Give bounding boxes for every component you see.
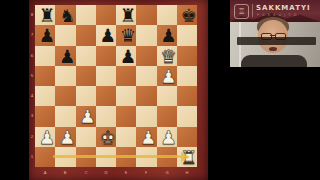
square-e6[interactable]: ♟ — [116, 46, 136, 66]
square-b4[interactable] — [55, 86, 75, 106]
square-g8[interactable] — [157, 5, 177, 25]
square-a4[interactable] — [35, 86, 55, 106]
square-g5[interactable]: ♟ — [157, 66, 177, 86]
square-b8[interactable]: ♞ — [55, 5, 75, 25]
square-c6[interactable] — [76, 46, 96, 66]
square-b3[interactable] — [55, 106, 75, 126]
square-a3[interactable] — [35, 106, 55, 126]
rank-label-4: 4 — [31, 94, 34, 98]
arrow-shaft — [53, 155, 181, 158]
square-a7[interactable]: ♟ — [35, 25, 55, 45]
piece-white-pawn-b2[interactable]: ♟ — [57, 128, 77, 148]
square-f3[interactable] — [136, 106, 156, 126]
lower-third-caption: Sakkmatyi sakktaktikái előadás — [237, 37, 316, 45]
square-h3[interactable] — [177, 106, 197, 126]
square-h2[interactable] — [177, 127, 197, 147]
piece-black-king-h8[interactable]: ♚ — [179, 6, 199, 26]
piece-white-pawn-g5[interactable]: ♟ — [159, 67, 179, 87]
piece-white-queen-g6[interactable]: ♛ — [159, 47, 179, 67]
rank-label-6: 6 — [31, 54, 34, 58]
piece-black-pawn-b6[interactable]: ♟ — [57, 47, 77, 67]
square-e3[interactable] — [116, 106, 136, 126]
square-a5[interactable] — [35, 66, 55, 86]
rank-label-5: 5 — [31, 74, 34, 78]
square-f6[interactable] — [136, 46, 156, 66]
square-g3[interactable] — [157, 106, 177, 126]
square-g6[interactable]: ♛ — [157, 46, 177, 66]
square-d8[interactable] — [96, 5, 116, 25]
square-c4[interactable] — [76, 86, 96, 106]
square-f2[interactable]: ♟ — [136, 127, 156, 147]
square-h7[interactable] — [177, 25, 197, 45]
file-label-d: D — [101, 171, 111, 175]
square-c5[interactable] — [76, 66, 96, 86]
square-d6[interactable] — [96, 46, 116, 66]
square-b6[interactable]: ♟ — [55, 46, 75, 66]
piece-black-pawn-a7[interactable]: ♟ — [37, 26, 57, 46]
presenter-mouth — [269, 47, 277, 51]
file-label-f: F — [141, 171, 151, 175]
square-d5[interactable] — [96, 66, 116, 86]
piece-black-pawn-d7[interactable]: ♟ — [98, 26, 118, 46]
square-h5[interactable] — [177, 66, 197, 86]
rank-label-1: 1 — [31, 155, 34, 159]
arrow-head — [181, 152, 190, 162]
board: ♜♞♜♚♟♟♛♟♟♟♛♟♟♟♟♚♟♟♜ — [35, 5, 197, 167]
piece-white-pawn-c3[interactable]: ♟ — [78, 107, 98, 127]
square-h4[interactable] — [177, 86, 197, 106]
square-c3[interactable]: ♟ — [76, 106, 96, 126]
board-frame: ♜♞♜♚♟♟♛♟♟♟♛♟♟♟♟♚♟♟♜ 87654321ABCDEFGH — [29, 0, 208, 180]
rank-label-8: 8 — [31, 13, 34, 17]
rank-label-3: 3 — [31, 114, 34, 118]
piece-white-pawn-a2[interactable]: ♟ — [37, 128, 57, 148]
webcam-overlay: ♖ SAKKMATYI P A K K U J T Ó Sakkmatyi sa… — [230, 0, 320, 67]
square-a8[interactable]: ♜ — [35, 5, 55, 25]
square-b5[interactable] — [55, 66, 75, 86]
square-a2[interactable]: ♟ — [35, 127, 55, 147]
square-e7[interactable]: ♛ — [116, 25, 136, 45]
file-label-e: E — [121, 171, 131, 175]
piece-black-pawn-g7[interactable]: ♟ — [159, 26, 179, 46]
piece-black-queen-e7[interactable]: ♛ — [118, 26, 138, 46]
rank-label-2: 2 — [31, 135, 34, 139]
square-f5[interactable] — [136, 66, 156, 86]
file-label-a: A — [40, 171, 50, 175]
square-d7[interactable]: ♟ — [96, 25, 116, 45]
piece-black-rook-e8[interactable]: ♜ — [118, 6, 138, 26]
file-label-c: C — [81, 171, 91, 175]
square-h8[interactable]: ♚ — [177, 5, 197, 25]
piece-black-knight-b8[interactable]: ♞ — [57, 6, 77, 26]
video-frame: ♜♞♜♚♟♟♛♟♟♟♛♟♟♟♟♚♟♟♜ 87654321ABCDEFGH ♖ S… — [0, 0, 320, 180]
square-c2[interactable] — [76, 127, 96, 147]
piece-white-pawn-g2[interactable]: ♟ — [159, 128, 179, 148]
channel-logo-icon: ♖ — [234, 4, 249, 19]
square-c7[interactable] — [76, 25, 96, 45]
piece-black-pawn-e6[interactable]: ♟ — [118, 47, 138, 67]
square-b2[interactable]: ♟ — [55, 127, 75, 147]
square-g2[interactable]: ♟ — [157, 127, 177, 147]
square-c8[interactable] — [76, 5, 96, 25]
banner-divider — [252, 4, 253, 17]
square-a6[interactable] — [35, 46, 55, 66]
square-g7[interactable]: ♟ — [157, 25, 177, 45]
square-e8[interactable]: ♜ — [116, 5, 136, 25]
file-label-h: H — [182, 171, 192, 175]
square-d3[interactable] — [96, 106, 116, 126]
square-d2[interactable]: ♚ — [96, 127, 116, 147]
square-e2[interactable] — [116, 127, 136, 147]
piece-white-king-d2[interactable]: ♚ — [98, 128, 118, 148]
square-e4[interactable] — [116, 86, 136, 106]
file-label-g: G — [162, 171, 172, 175]
rank-label-7: 7 — [31, 33, 34, 37]
piece-white-pawn-f2[interactable]: ♟ — [138, 128, 158, 148]
glasses-bridge — [270, 35, 275, 36]
piece-black-rook-a8[interactable]: ♜ — [37, 6, 57, 26]
square-b7[interactable] — [55, 25, 75, 45]
file-label-b: B — [60, 171, 70, 175]
square-f4[interactable] — [136, 86, 156, 106]
square-e5[interactable] — [116, 66, 136, 86]
square-f8[interactable] — [136, 5, 156, 25]
channel-title: SAKKMATYI — [256, 4, 311, 12]
square-h6[interactable] — [177, 46, 197, 66]
presenter-torso — [241, 55, 307, 67]
square-d4[interactable] — [96, 86, 116, 106]
square-f7[interactable] — [136, 25, 156, 45]
square-g4[interactable] — [157, 86, 177, 106]
